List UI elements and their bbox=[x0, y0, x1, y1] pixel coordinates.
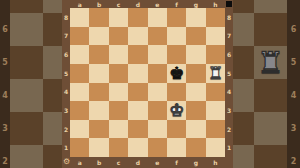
square-e8[interactable] bbox=[148, 8, 167, 27]
coord-label: d bbox=[128, 1, 147, 8]
square-c1[interactable] bbox=[109, 138, 128, 157]
square-h5[interactable]: ♜ bbox=[206, 64, 225, 83]
coord-label: 3 bbox=[225, 101, 233, 120]
square-a5[interactable] bbox=[70, 64, 89, 83]
square-h2[interactable] bbox=[206, 120, 225, 139]
side-right-rank-label: 3 bbox=[287, 112, 300, 145]
square-f4[interactable] bbox=[167, 83, 186, 102]
coord-label: 6 bbox=[225, 45, 233, 64]
side-left-square-b4 bbox=[43, 79, 62, 112]
side-left-square-a5 bbox=[10, 46, 43, 79]
side-right-square-h5: ♜ bbox=[254, 46, 287, 79]
side-board-right-squares: ♜ bbox=[233, 0, 287, 168]
coord-label: e bbox=[148, 1, 167, 8]
dimmed-white-rook: ♜ bbox=[257, 48, 284, 78]
side-left-rank-label: 2 bbox=[0, 145, 10, 168]
side-right-rank-label: 4 bbox=[287, 79, 300, 112]
square-e2[interactable] bbox=[148, 120, 167, 139]
square-d3[interactable] bbox=[128, 101, 147, 120]
side-left-square-b2 bbox=[43, 145, 62, 168]
file-labels-bottom: abcdefgh bbox=[70, 157, 225, 168]
square-f6[interactable] bbox=[167, 45, 186, 64]
square-b7[interactable] bbox=[89, 27, 108, 46]
side-right-rank-label: 6 bbox=[287, 13, 300, 46]
square-c5[interactable] bbox=[109, 64, 128, 83]
side-right-square-h3 bbox=[254, 112, 287, 145]
side-right-square-g2 bbox=[233, 145, 254, 168]
side-left-rank-label: 3 bbox=[0, 112, 10, 145]
side-right-square-g3 bbox=[233, 112, 254, 145]
coord-label: 4 bbox=[225, 83, 233, 102]
side-left-square-a4 bbox=[10, 79, 43, 112]
square-a8[interactable] bbox=[70, 8, 89, 27]
square-a7[interactable] bbox=[70, 27, 89, 46]
coord-label: 5 bbox=[62, 64, 70, 83]
square-g3[interactable] bbox=[186, 101, 205, 120]
white-rook[interactable]: ♜ bbox=[208, 65, 223, 82]
square-b2[interactable] bbox=[89, 120, 108, 139]
coord-label: c bbox=[109, 159, 128, 166]
side-board-left-rank-labels: 65432 bbox=[0, 0, 10, 168]
side-left-square-a3 bbox=[10, 112, 43, 145]
square-a3[interactable] bbox=[70, 101, 89, 120]
side-right-square-g7 bbox=[233, 0, 254, 13]
coord-label: 2 bbox=[62, 120, 70, 139]
square-a1[interactable] bbox=[70, 138, 89, 157]
square-b1[interactable] bbox=[89, 138, 108, 157]
square-d6[interactable] bbox=[128, 45, 147, 64]
square-c2[interactable] bbox=[109, 120, 128, 139]
coord-label: b bbox=[89, 159, 108, 166]
coord-label: 2 bbox=[225, 120, 233, 139]
chess-app-stage: 65432 65432 ♜ abcdefgh abcdefgh 87654321… bbox=[0, 0, 300, 168]
square-f2[interactable] bbox=[167, 120, 186, 139]
coord-label: f bbox=[167, 159, 186, 166]
square-f1[interactable] bbox=[167, 138, 186, 157]
side-left-square-b3 bbox=[43, 112, 62, 145]
coord-label: 8 bbox=[62, 8, 70, 27]
black-king[interactable]: ♚ bbox=[169, 65, 184, 82]
square-e3[interactable] bbox=[148, 101, 167, 120]
square-c4[interactable] bbox=[109, 83, 128, 102]
coord-label: 5 bbox=[225, 64, 233, 83]
square-h1[interactable] bbox=[206, 138, 225, 157]
side-right-square-h2 bbox=[254, 145, 287, 168]
side-left-square-b5 bbox=[43, 46, 62, 79]
square-b4[interactable] bbox=[89, 83, 108, 102]
square-h4[interactable] bbox=[206, 83, 225, 102]
square-e6[interactable] bbox=[148, 45, 167, 64]
square-b3[interactable] bbox=[89, 101, 108, 120]
square-g8[interactable] bbox=[186, 8, 205, 27]
side-left-square-a2 bbox=[10, 145, 43, 168]
square-d4[interactable] bbox=[128, 83, 147, 102]
gear-icon[interactable]: ⚙ bbox=[62, 157, 71, 167]
square-d8[interactable] bbox=[128, 8, 147, 27]
side-left-rank-label: 5 bbox=[0, 46, 10, 79]
square-e7[interactable] bbox=[148, 27, 167, 46]
black-to-move-indicator bbox=[226, 1, 232, 7]
side-board-right-rank-labels: 65432 bbox=[287, 0, 300, 168]
coord-label: 7 bbox=[62, 27, 70, 46]
main-board-squares: ♚♜♚ bbox=[70, 8, 225, 157]
coord-label: a bbox=[70, 159, 89, 166]
side-board-left-squares bbox=[10, 0, 62, 168]
white-king[interactable]: ♚ bbox=[169, 102, 184, 119]
square-g2[interactable] bbox=[186, 120, 205, 139]
square-c3[interactable] bbox=[109, 101, 128, 120]
square-g7[interactable] bbox=[186, 27, 205, 46]
square-a2[interactable] bbox=[70, 120, 89, 139]
square-f8[interactable] bbox=[167, 8, 186, 27]
square-g1[interactable] bbox=[186, 138, 205, 157]
square-a4[interactable] bbox=[70, 83, 89, 102]
square-a6[interactable] bbox=[70, 45, 89, 64]
square-d7[interactable] bbox=[128, 27, 147, 46]
square-b8[interactable] bbox=[89, 8, 108, 27]
coord-label: f bbox=[167, 1, 186, 8]
coord-label: h bbox=[206, 159, 225, 166]
square-f7[interactable] bbox=[167, 27, 186, 46]
coord-label: g bbox=[186, 159, 205, 166]
side-left-square-a6 bbox=[10, 13, 43, 46]
main-chess-board: abcdefgh abcdefgh 87654321 87654321 ♚♜♚ … bbox=[62, 0, 233, 168]
coord-label: d bbox=[128, 159, 147, 166]
side-left-square-b7 bbox=[43, 0, 62, 13]
square-g4[interactable] bbox=[186, 83, 205, 102]
square-e5[interactable] bbox=[148, 64, 167, 83]
rank-labels-left: 87654321 bbox=[62, 8, 70, 157]
square-d5[interactable] bbox=[128, 64, 147, 83]
square-g5[interactable] bbox=[186, 64, 205, 83]
side-right-square-g5 bbox=[233, 46, 254, 79]
side-board-left: 65432 bbox=[0, 0, 62, 168]
square-e1[interactable] bbox=[148, 138, 167, 157]
square-d2[interactable] bbox=[128, 120, 147, 139]
square-g6[interactable] bbox=[186, 45, 205, 64]
coord-label: h bbox=[206, 1, 225, 8]
square-c8[interactable] bbox=[109, 8, 128, 27]
square-b6[interactable] bbox=[89, 45, 108, 64]
coord-label: c bbox=[109, 1, 128, 8]
coord-label: 4 bbox=[62, 83, 70, 102]
coord-label: 1 bbox=[225, 138, 233, 157]
coord-label: 8 bbox=[225, 8, 233, 27]
rank-labels-right: 87654321 bbox=[225, 8, 233, 157]
coord-label: 3 bbox=[62, 101, 70, 120]
square-d1[interactable] bbox=[128, 138, 147, 157]
square-f5[interactable]: ♚ bbox=[167, 64, 186, 83]
coord-label: b bbox=[89, 1, 108, 8]
square-e4[interactable] bbox=[148, 83, 167, 102]
coord-label: a bbox=[70, 1, 89, 8]
coord-label: e bbox=[148, 159, 167, 166]
coord-label: 1 bbox=[62, 138, 70, 157]
coord-label: g bbox=[186, 1, 205, 8]
side-left-square-b6 bbox=[43, 13, 62, 46]
square-c7[interactable] bbox=[109, 27, 128, 46]
side-right-square-h7 bbox=[254, 0, 287, 13]
square-b5[interactable] bbox=[89, 64, 108, 83]
side-left-square-a7 bbox=[10, 0, 43, 13]
coord-label: 6 bbox=[62, 45, 70, 64]
square-h6[interactable] bbox=[206, 45, 225, 64]
side-right-square-h4 bbox=[254, 79, 287, 112]
square-c6[interactable] bbox=[109, 45, 128, 64]
square-h3[interactable] bbox=[206, 101, 225, 120]
coord-label: 7 bbox=[225, 27, 233, 46]
square-h8[interactable] bbox=[206, 8, 225, 27]
side-right-square-g6 bbox=[233, 13, 254, 46]
side-right-square-g4 bbox=[233, 79, 254, 112]
file-labels-top: abcdefgh bbox=[70, 0, 225, 8]
side-right-rank-label: 2 bbox=[287, 145, 300, 168]
side-left-rank-label: 6 bbox=[0, 13, 10, 46]
square-f3[interactable]: ♚ bbox=[167, 101, 186, 120]
side-right-rank-label: 5 bbox=[287, 46, 300, 79]
side-left-rank-label: 4 bbox=[0, 79, 10, 112]
side-board-right: 65432 ♜ bbox=[233, 0, 300, 168]
square-h7[interactable] bbox=[206, 27, 225, 46]
side-right-square-h6 bbox=[254, 13, 287, 46]
